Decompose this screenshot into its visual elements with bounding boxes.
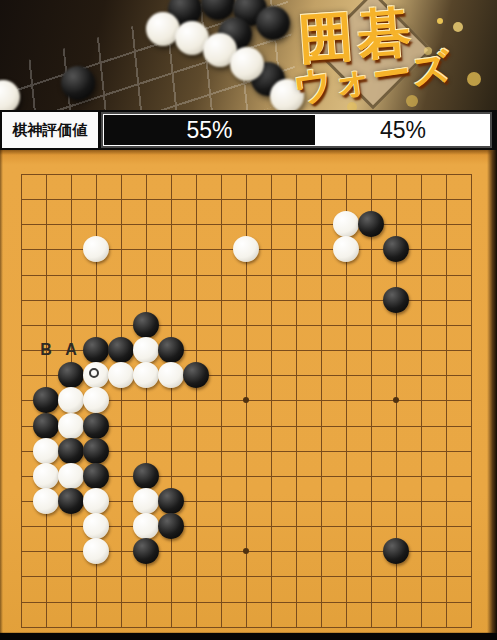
gold-splatter-decoration <box>437 18 443 24</box>
evaluation-white-segment: 45% <box>316 114 490 146</box>
black-stone <box>58 362 84 388</box>
grid-line-vertical <box>471 174 472 628</box>
black-stone <box>83 413 109 439</box>
star-point <box>393 397 399 403</box>
black-stone <box>383 538 409 564</box>
app-screen: 囲碁 ウォーズ 棋神評価値 55% 45% BA <box>0 0 497 640</box>
black-stone <box>183 362 209 388</box>
white-stone <box>33 438 59 464</box>
board-right-edge <box>487 150 497 640</box>
move-label-B: B <box>36 340 56 360</box>
black-stone <box>58 438 84 464</box>
grid-line-vertical <box>421 174 422 628</box>
board-left-shadow <box>0 150 3 640</box>
white-stone <box>333 236 359 262</box>
white-stone <box>133 513 159 539</box>
grid-line-vertical <box>371 174 372 628</box>
black-stone <box>383 236 409 262</box>
black-stone <box>33 413 59 439</box>
star-point <box>243 548 249 554</box>
black-stone <box>358 211 384 237</box>
header-banner: 囲碁 ウォーズ <box>0 0 497 110</box>
white-stone <box>33 488 59 514</box>
white-stone <box>133 488 159 514</box>
evaluation-black-segment: 55% <box>103 114 316 146</box>
photo-black-stone <box>256 6 290 40</box>
black-stone <box>108 337 134 363</box>
white-stone <box>58 413 84 439</box>
white-stone <box>58 463 84 489</box>
black-stone <box>133 312 159 338</box>
white-stone <box>333 211 359 237</box>
evaluation-label: 棋神評価値 <box>2 112 98 148</box>
grid-line-vertical <box>296 174 297 628</box>
evaluation-bar-row: 棋神評価値 55% 45% <box>0 110 497 150</box>
white-stone <box>58 387 84 413</box>
star-point <box>243 397 249 403</box>
white-stone <box>83 236 109 262</box>
white-stone <box>33 463 59 489</box>
black-stone <box>83 337 109 363</box>
board-top-shadow <box>0 150 497 155</box>
app-logo: 囲碁 ウォーズ <box>287 0 497 110</box>
photo-white-stone <box>230 47 264 81</box>
grid-line-horizontal <box>21 627 472 628</box>
grid-line-vertical <box>446 174 447 628</box>
white-stone <box>133 337 159 363</box>
black-stone <box>383 287 409 313</box>
grid-line-horizontal <box>21 576 472 577</box>
evaluation-bar: 55% 45% <box>101 112 492 148</box>
black-stone <box>133 538 159 564</box>
bottom-black-bar <box>0 633 497 640</box>
move-label-A: A <box>61 340 81 360</box>
black-stone <box>158 513 184 539</box>
black-stone <box>158 337 184 363</box>
white-percent-value: 45% <box>380 117 426 144</box>
grid-line-vertical <box>271 174 272 628</box>
white-stone <box>83 387 109 413</box>
black-stone <box>158 488 184 514</box>
black-stone <box>58 488 84 514</box>
black-stone <box>83 463 109 489</box>
grid-line-vertical <box>321 174 322 628</box>
white-stone <box>233 236 259 262</box>
go-board[interactable]: BA <box>0 150 497 640</box>
white-stone <box>133 362 159 388</box>
photo-black-stone <box>61 66 95 100</box>
black-stone <box>33 387 59 413</box>
white-stone <box>108 362 134 388</box>
white-stone <box>158 362 184 388</box>
white-stone <box>83 488 109 514</box>
black-stone <box>83 438 109 464</box>
grid-line-horizontal <box>21 602 472 603</box>
black-percent-value: 55% <box>186 117 232 144</box>
white-stone <box>83 513 109 539</box>
white-stone <box>83 538 109 564</box>
black-stone <box>133 463 159 489</box>
